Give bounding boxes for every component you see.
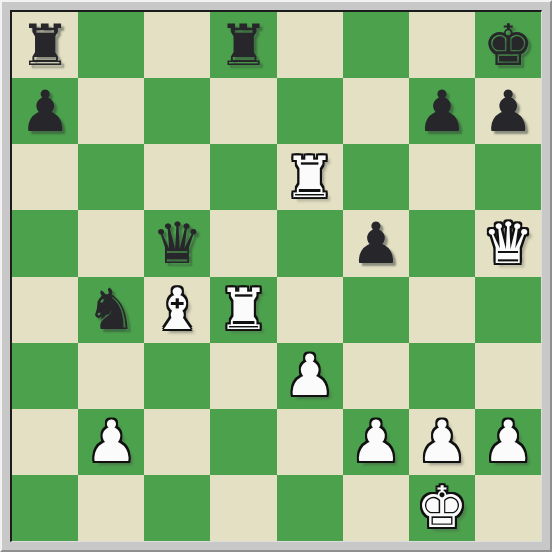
- square-g2[interactable]: ♟: [409, 409, 475, 475]
- square-d1[interactable]: [210, 475, 276, 541]
- square-h2[interactable]: ♟: [475, 409, 541, 475]
- square-a7[interactable]: ♟: [12, 78, 78, 144]
- piece-black-rook[interactable]: ♜: [218, 17, 269, 74]
- square-h3[interactable]: [475, 343, 541, 409]
- piece-white-rook[interactable]: ♜: [218, 281, 269, 338]
- piece-white-queen[interactable]: ♛: [482, 215, 533, 272]
- square-f7[interactable]: [343, 78, 409, 144]
- piece-black-pawn[interactable]: ♟: [416, 83, 467, 140]
- square-a6[interactable]: [12, 144, 78, 210]
- piece-white-pawn[interactable]: ♟: [350, 413, 401, 470]
- square-d3[interactable]: [210, 343, 276, 409]
- square-e2[interactable]: [277, 409, 343, 475]
- square-c8[interactable]: [144, 12, 210, 78]
- square-d8[interactable]: ♜: [210, 12, 276, 78]
- square-e5[interactable]: [277, 210, 343, 276]
- board-frame: ♜♜♚♟♟♟♜♛♟♛♞♝♜♟♟♟♟♟♚: [0, 0, 552, 552]
- square-f3[interactable]: [343, 343, 409, 409]
- square-c2[interactable]: [144, 409, 210, 475]
- square-f5[interactable]: ♟: [343, 210, 409, 276]
- square-h8[interactable]: ♚: [475, 12, 541, 78]
- square-c4[interactable]: ♝: [144, 277, 210, 343]
- square-e3[interactable]: ♟: [277, 343, 343, 409]
- piece-white-pawn[interactable]: ♟: [86, 413, 137, 470]
- square-h1[interactable]: [475, 475, 541, 541]
- square-h6[interactable]: [475, 144, 541, 210]
- square-b8[interactable]: [78, 12, 144, 78]
- piece-black-rook[interactable]: ♜: [20, 17, 71, 74]
- piece-white-pawn[interactable]: ♟: [482, 413, 533, 470]
- square-a4[interactable]: [12, 277, 78, 343]
- square-f6[interactable]: [343, 144, 409, 210]
- square-f4[interactable]: [343, 277, 409, 343]
- square-e7[interactable]: [277, 78, 343, 144]
- square-g1[interactable]: ♚: [409, 475, 475, 541]
- piece-white-bishop[interactable]: ♝: [152, 281, 203, 338]
- piece-black-queen[interactable]: ♛: [152, 215, 203, 272]
- square-c5[interactable]: ♛: [144, 210, 210, 276]
- square-g3[interactable]: [409, 343, 475, 409]
- square-b5[interactable]: [78, 210, 144, 276]
- square-f1[interactable]: [343, 475, 409, 541]
- square-g7[interactable]: ♟: [409, 78, 475, 144]
- square-e1[interactable]: [277, 475, 343, 541]
- piece-white-king[interactable]: ♚: [416, 479, 467, 536]
- piece-white-pawn[interactable]: ♟: [416, 413, 467, 470]
- square-d2[interactable]: [210, 409, 276, 475]
- square-c3[interactable]: [144, 343, 210, 409]
- square-a2[interactable]: [12, 409, 78, 475]
- square-b6[interactable]: [78, 144, 144, 210]
- chess-board: ♜♜♚♟♟♟♜♛♟♛♞♝♜♟♟♟♟♟♚: [10, 10, 542, 542]
- square-d5[interactable]: [210, 210, 276, 276]
- square-f8[interactable]: [343, 12, 409, 78]
- square-b4[interactable]: ♞: [78, 277, 144, 343]
- square-e8[interactable]: [277, 12, 343, 78]
- piece-white-pawn[interactable]: ♟: [284, 347, 335, 404]
- square-g6[interactable]: [409, 144, 475, 210]
- square-h5[interactable]: ♛: [475, 210, 541, 276]
- square-b3[interactable]: [78, 343, 144, 409]
- square-c6[interactable]: [144, 144, 210, 210]
- square-b7[interactable]: [78, 78, 144, 144]
- square-g4[interactable]: [409, 277, 475, 343]
- piece-white-rook[interactable]: ♜: [284, 149, 335, 206]
- square-d4[interactable]: ♜: [210, 277, 276, 343]
- square-c1[interactable]: [144, 475, 210, 541]
- square-d6[interactable]: [210, 144, 276, 210]
- square-f2[interactable]: ♟: [343, 409, 409, 475]
- square-e4[interactable]: [277, 277, 343, 343]
- square-g8[interactable]: [409, 12, 475, 78]
- square-d7[interactable]: [210, 78, 276, 144]
- piece-black-king[interactable]: ♚: [482, 17, 533, 74]
- square-c7[interactable]: [144, 78, 210, 144]
- square-b1[interactable]: [78, 475, 144, 541]
- square-a3[interactable]: [12, 343, 78, 409]
- square-a1[interactable]: [12, 475, 78, 541]
- square-h7[interactable]: ♟: [475, 78, 541, 144]
- piece-black-pawn[interactable]: ♟: [350, 215, 401, 272]
- square-h4[interactable]: [475, 277, 541, 343]
- square-b2[interactable]: ♟: [78, 409, 144, 475]
- piece-black-pawn[interactable]: ♟: [482, 83, 533, 140]
- square-a5[interactable]: [12, 210, 78, 276]
- square-a8[interactable]: ♜: [12, 12, 78, 78]
- piece-black-knight[interactable]: ♞: [86, 281, 137, 338]
- square-g5[interactable]: [409, 210, 475, 276]
- square-e6[interactable]: ♜: [277, 144, 343, 210]
- piece-black-pawn[interactable]: ♟: [20, 83, 71, 140]
